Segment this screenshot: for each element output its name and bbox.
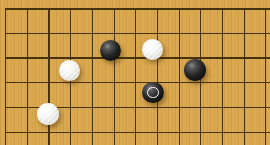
stone-black[interactable] xyxy=(184,59,206,81)
stone-white[interactable] xyxy=(59,60,81,82)
grid-line-vertical xyxy=(265,8,266,145)
grid-line-vertical xyxy=(157,8,158,145)
grid-line-vertical xyxy=(92,8,93,145)
grid-line-vertical xyxy=(135,8,136,145)
grid-line-horizontal xyxy=(5,132,270,133)
grid-line-horizontal xyxy=(5,8,270,10)
stone-white[interactable] xyxy=(37,103,59,125)
go-board[interactable] xyxy=(0,0,270,145)
grid-line-horizontal xyxy=(5,33,270,34)
grid-line-vertical xyxy=(244,8,245,145)
last-move-marker-icon xyxy=(147,87,159,99)
grid-line-horizontal xyxy=(5,82,270,83)
grid-line-vertical xyxy=(179,8,180,145)
stone-black[interactable] xyxy=(100,40,122,62)
grid-line-vertical xyxy=(114,8,115,145)
grid-line-vertical xyxy=(5,8,7,145)
grid-line-horizontal xyxy=(5,57,270,58)
grid-line-vertical xyxy=(27,8,28,145)
grid-line-vertical xyxy=(222,8,223,145)
stone-black-last-move[interactable] xyxy=(142,82,164,104)
